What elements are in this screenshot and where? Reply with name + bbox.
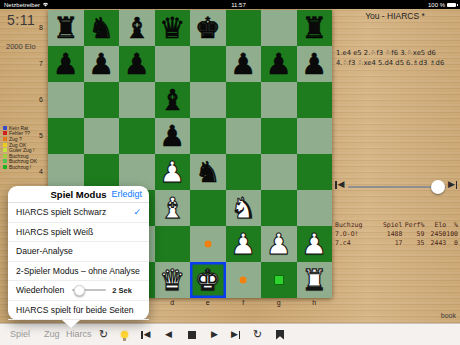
legend-color-chip	[3, 137, 7, 141]
square-e1[interactable]: ♚	[190, 262, 226, 298]
square-c5[interactable]	[119, 118, 155, 154]
square-d1[interactable]: ♛	[155, 262, 191, 298]
square-g2[interactable]: ♟	[261, 226, 297, 262]
square-g5[interactable]	[261, 118, 297, 154]
square-b7[interactable]: ♟	[84, 46, 120, 82]
game-clock: 5:11	[7, 12, 35, 28]
file-label-f: f	[226, 299, 262, 306]
square-b5[interactable]	[84, 118, 120, 154]
stop-icon	[188, 331, 196, 339]
square-d4[interactable]: ♟	[155, 154, 191, 190]
advice-legend: Kein RatFehler ??Zug ?Zug OKGuter Zug !B…	[3, 125, 37, 170]
repeat-slider-thumb[interactable]	[74, 285, 85, 296]
legend-label: Buchzug !	[9, 164, 31, 170]
move-list: 1.e4 e5 2.♘f3 ♘f6 3.♘xe5 d6 4.♘f3 ♘xe4 5…	[336, 49, 457, 68]
piece-black-pawn: ♟	[84, 46, 120, 82]
square-d5[interactable]: ♟	[155, 118, 191, 154]
legend-color-chip	[3, 154, 7, 158]
hint-button[interactable]	[121, 324, 128, 345]
status-time: 11:57	[231, 2, 246, 8]
square-f7[interactable]: ♟	[226, 46, 262, 82]
square-e4[interactable]: ♞	[190, 154, 226, 190]
file-label-e: e	[190, 299, 226, 306]
square-e2[interactable]	[190, 226, 226, 262]
square-c4[interactable]	[119, 154, 155, 190]
spiel-modus-popover: Spiel Modus Erledigt HIARCS spielt Schwa…	[8, 186, 149, 320]
piece-black-pawn: ♟	[48, 46, 84, 82]
refresh-button[interactable]: ↻	[253, 324, 262, 345]
piece-white-pawn: ♟	[226, 226, 262, 262]
rank-label-7: 7	[36, 46, 46, 82]
legal-move-dot	[204, 241, 211, 248]
menu-item-hiarcs-both-sides[interactable]: HIARCS spielt für beide Seiten	[8, 301, 149, 321]
opening-book-table: BuchzugSpielPerf%Elo%7.O-O!1488592450100…	[335, 221, 458, 248]
sync-icon: ↻	[253, 328, 262, 341]
slider-end-button[interactable]: ▶	[448, 180, 457, 189]
carrier-label: Netzbetreiber	[4, 2, 40, 8]
square-d7[interactable]	[155, 46, 191, 82]
castling-target-marker	[274, 275, 284, 285]
flip-board-button[interactable]: ↻	[99, 324, 108, 345]
square-h8[interactable]: ♜	[297, 10, 333, 46]
file-label-g: g	[261, 299, 297, 306]
book-move-row[interactable]: 7.O-O!1488592450100	[335, 230, 458, 239]
square-f8[interactable]	[226, 10, 262, 46]
book-cell: 2450	[424, 230, 446, 239]
piece-black-queen: ♛	[155, 10, 191, 46]
piece-black-king: ♚	[190, 10, 226, 46]
wifi-icon	[42, 2, 49, 7]
legend-color-chip	[3, 143, 7, 147]
piece-white-pawn: ♟	[297, 226, 333, 262]
square-c6[interactable]	[119, 82, 155, 118]
forward-icon: ▶	[211, 330, 218, 339]
square-h6[interactable]	[297, 82, 333, 118]
skip-end-icon: ▶	[448, 180, 455, 189]
piece-black-pawn: ♟	[155, 118, 191, 154]
book-cell: 7.c4	[335, 239, 375, 248]
square-d6[interactable]: ♝	[155, 82, 191, 118]
repeat-value: 2 Sek	[112, 286, 132, 295]
book-move-row[interactable]: 7.c4173524430	[335, 239, 458, 248]
menu-item-continuous-analysis[interactable]: Dauer-Analyse	[8, 242, 149, 262]
piece-white-pawn: ♟	[261, 226, 297, 262]
spiel-menu-button[interactable]: Spiel	[10, 324, 30, 345]
move-slider-thumb[interactable]	[431, 180, 445, 194]
book-status-label: book	[441, 312, 456, 319]
piece-black-rook: ♜	[297, 10, 333, 46]
square-c7[interactable]: ♟	[119, 46, 155, 82]
book-cell: 1488	[375, 230, 403, 239]
file-label-d: d	[155, 299, 191, 306]
rank-label-4: 4	[36, 154, 46, 190]
piece-white-bishop: ♝	[155, 190, 191, 226]
zug-menu-button[interactable]: Zug	[44, 324, 60, 345]
square-a7[interactable]: ♟	[48, 46, 84, 82]
piece-black-pawn: ♟	[226, 46, 262, 82]
stop-button[interactable]	[188, 324, 196, 345]
skip-start-icon: ◀	[338, 180, 345, 189]
square-h5[interactable]	[297, 118, 333, 154]
book-col-header: Perf%	[402, 221, 424, 230]
square-f5[interactable]	[226, 118, 262, 154]
elo-rating: 2000 Elo	[6, 42, 36, 51]
square-g4[interactable]	[261, 154, 297, 190]
book-col-header: Buchzug	[335, 221, 375, 230]
square-h4[interactable]	[297, 154, 333, 190]
piece-white-rook: ♜	[297, 262, 333, 298]
book-cell: 17	[375, 239, 403, 248]
rank-label-5: 5	[36, 118, 46, 154]
piece-white-pawn: ♟	[155, 154, 191, 190]
square-f3[interactable]: ♞	[226, 190, 262, 226]
square-f4[interactable]	[226, 154, 262, 190]
menu-item-repeat: Wiederholen 2 Sek	[8, 281, 149, 301]
step-back-button[interactable]: ◀	[165, 324, 172, 345]
book-cell: 2443	[424, 239, 446, 248]
square-g8[interactable]	[261, 10, 297, 46]
go-start-button[interactable]: ◀	[141, 324, 150, 345]
legend-color-chip	[3, 165, 7, 169]
piece-black-bishop: ♝	[155, 82, 191, 118]
book-button[interactable]	[276, 324, 284, 345]
go-end-button[interactable]: ▶	[231, 324, 240, 345]
slider-start-button[interactable]: ◀	[335, 180, 344, 189]
menu-item-hiarcs-white[interactable]: HIARCS spielt Weiß	[8, 223, 149, 243]
hiarcs-chess-app: Netzbetreiber 11:57 100 % 5:11 2000 Elo …	[0, 0, 460, 345]
popover-header: Spiel Modus Erledigt	[8, 186, 149, 203]
legend-color-chip	[3, 148, 7, 152]
file-label-h: h	[297, 299, 333, 306]
book-cell: 59	[402, 230, 424, 239]
popover-arrow	[62, 320, 80, 328]
book-col-header: Elo	[424, 221, 446, 230]
square-d3[interactable]: ♝	[155, 190, 191, 226]
square-b4[interactable]	[84, 154, 120, 190]
square-a4[interactable]	[48, 154, 84, 190]
book-col-header: Spiel	[375, 221, 403, 230]
legal-move-dot	[240, 277, 247, 284]
book-table-header: BuchzugSpielPerf%Elo%	[335, 221, 458, 230]
lightbulb-icon	[121, 331, 128, 338]
square-g3[interactable]	[261, 190, 297, 226]
square-h1[interactable]: ♜	[297, 262, 333, 298]
square-e3[interactable]	[190, 190, 226, 226]
square-a5[interactable]	[48, 118, 84, 154]
square-c8[interactable]: ♝	[119, 10, 155, 46]
square-b6[interactable]	[84, 82, 120, 118]
piece-black-pawn: ♟	[297, 46, 333, 82]
bookmark-icon	[276, 330, 284, 340]
piece-white-knight: ♞	[226, 190, 262, 226]
status-bar: Netzbetreiber 11:57 100 %	[0, 0, 460, 9]
legend-item: Buchzug !	[3, 164, 37, 170]
step-forward-button[interactable]: ▶	[211, 324, 218, 345]
square-e7[interactable]	[190, 46, 226, 82]
game-title: You - HIARCS *	[332, 11, 458, 21]
square-d8[interactable]: ♛	[155, 10, 191, 46]
battery-percent: 100 %	[428, 2, 445, 8]
rank-label-6: 6	[36, 82, 46, 118]
menu-item-hiarcs-black[interactable]: HIARCS spielt Schwarz ✓	[8, 203, 149, 223]
menu-item-two-player-mode[interactable]: 2-Spieler Modus – ohne Analyse	[8, 262, 149, 282]
back-icon: ◀	[165, 330, 172, 339]
legend-color-chip	[3, 159, 7, 163]
book-cell: 0	[446, 239, 458, 248]
legend-color-chip	[3, 131, 7, 135]
piece-black-bishop: ♝	[119, 10, 155, 46]
piece-black-knight: ♞	[190, 154, 226, 190]
popover-title: Spiel Modus	[51, 189, 107, 200]
repeat-slider-track[interactable]	[72, 289, 106, 291]
book-cell: 7.O-O!	[335, 230, 375, 239]
square-b8[interactable]: ♞	[84, 10, 120, 46]
piece-white-queen: ♛	[155, 262, 191, 298]
square-e8[interactable]: ♚	[190, 10, 226, 46]
legend-color-chip	[3, 126, 7, 130]
square-e5[interactable]	[190, 118, 226, 154]
square-f6[interactable]	[226, 82, 262, 118]
square-h3[interactable]	[297, 190, 333, 226]
square-g6[interactable]	[261, 82, 297, 118]
square-a8[interactable]: ♜	[48, 10, 84, 46]
square-g1[interactable]	[261, 262, 297, 298]
square-e6[interactable]	[190, 82, 226, 118]
square-f1[interactable]	[226, 262, 262, 298]
rotate-icon: ↻	[99, 328, 108, 341]
square-a6[interactable]	[48, 82, 84, 118]
checkmark-icon: ✓	[133, 207, 141, 217]
book-col-header: %	[446, 221, 458, 230]
battery-icon	[447, 3, 456, 7]
piece-white-king: ♚	[190, 262, 226, 298]
piece-black-pawn: ♟	[119, 46, 155, 82]
book-cell: 35	[402, 239, 424, 248]
done-button[interactable]: Erledigt	[111, 186, 142, 203]
square-h2[interactable]: ♟	[297, 226, 333, 262]
square-d2[interactable]	[155, 226, 191, 262]
piece-black-knight: ♞	[84, 10, 120, 46]
square-g7[interactable]: ♟	[261, 46, 297, 82]
book-cell: 100	[446, 230, 458, 239]
rank-label-8: 8	[36, 10, 46, 46]
piece-black-rook: ♜	[48, 10, 84, 46]
square-h7[interactable]: ♟	[297, 46, 333, 82]
piece-black-pawn: ♟	[261, 46, 297, 82]
square-f2[interactable]: ♟	[226, 226, 262, 262]
